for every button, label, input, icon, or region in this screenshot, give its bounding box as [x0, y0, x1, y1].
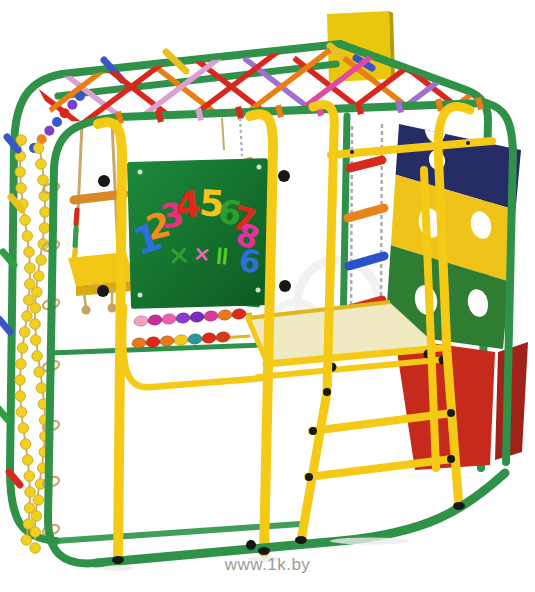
- board-post-left: [98, 122, 122, 562]
- svg-text:=: =: [207, 244, 239, 268]
- abacus-beads: [131, 308, 246, 349]
- svg-text:×: ×: [167, 238, 192, 271]
- product-photo: 1 2 3 4 5 6 7 8 × × = 6: [0, 0, 535, 592]
- site-watermark: www.1k.by: [0, 555, 535, 575]
- swing-rope-sleeves: [74, 210, 77, 264]
- play-gym-illustration: 1 2 3 4 5 6 7 8 × × = 6: [0, 0, 535, 592]
